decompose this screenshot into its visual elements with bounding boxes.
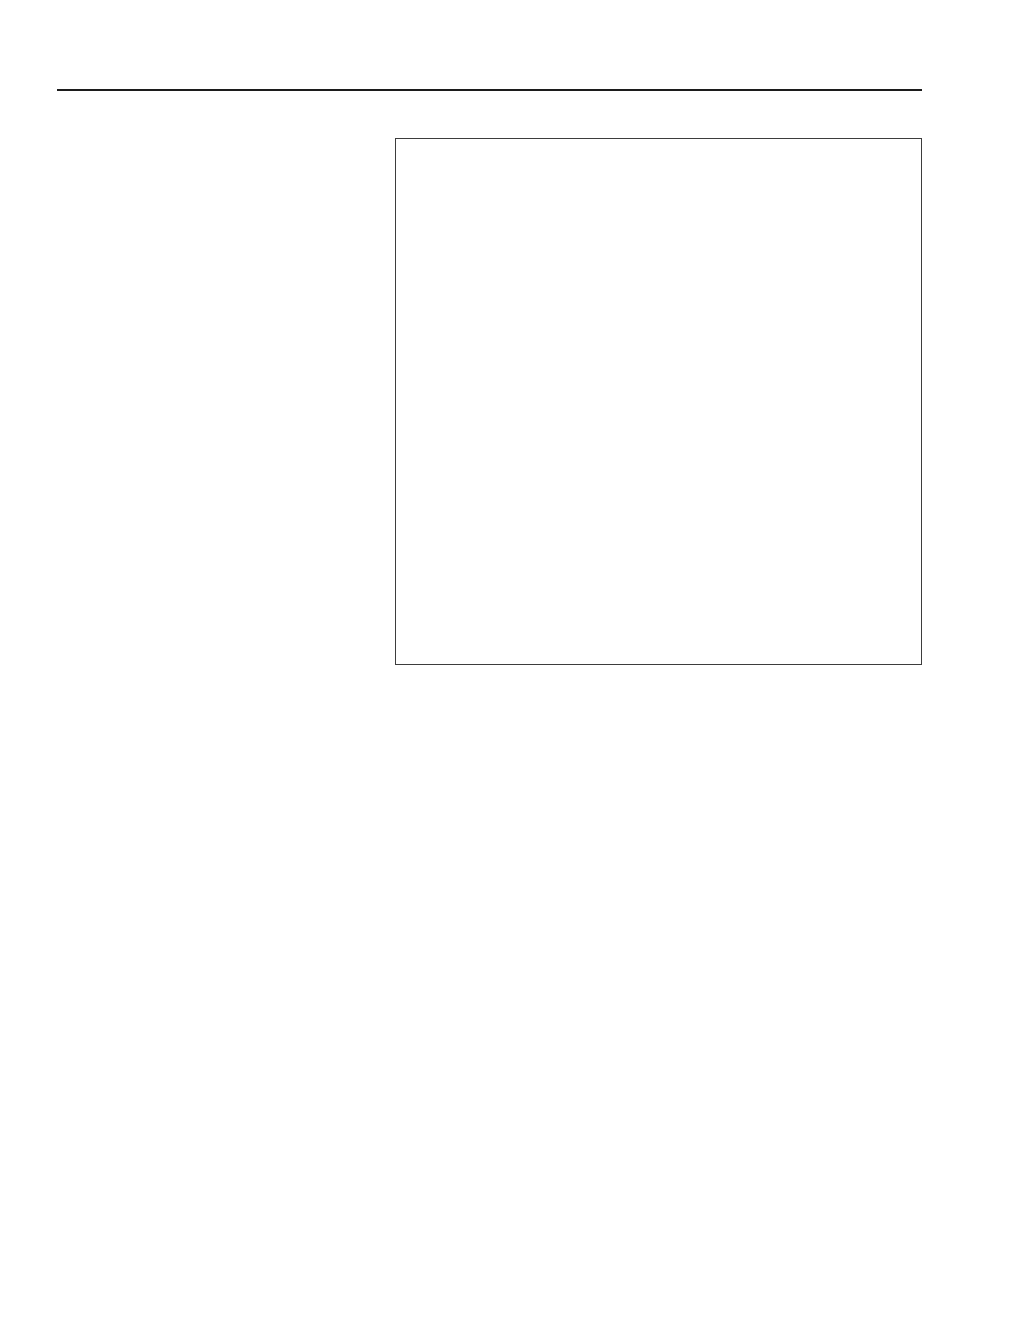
page-header xyxy=(57,84,922,91)
crossword-page: { "game": "crossword", "title": "Catholi… xyxy=(0,0,1024,1325)
crossword-grid xyxy=(395,138,922,665)
